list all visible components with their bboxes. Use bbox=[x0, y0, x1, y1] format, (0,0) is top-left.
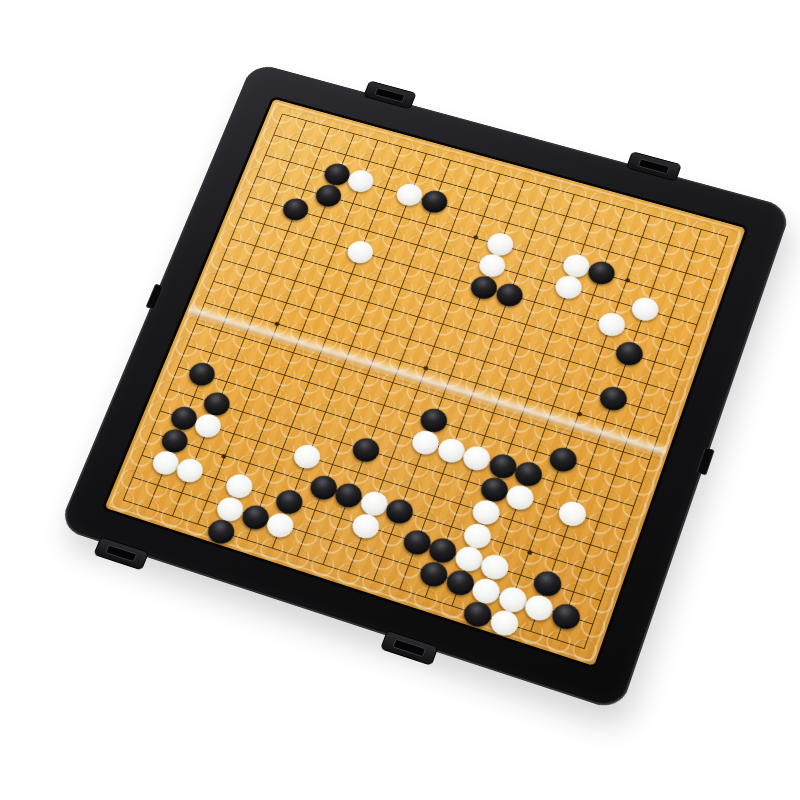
go-set bbox=[58, 62, 792, 712]
product-photo bbox=[0, 0, 800, 800]
